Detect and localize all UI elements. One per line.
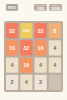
score-value: 2356: [37, 7, 44, 10]
cell-empty: [49, 75, 61, 90]
best-score-box: BEST 16384: [49, 4, 62, 11]
tile-4: 4: [49, 58, 61, 73]
tile-16: 16: [20, 58, 32, 73]
tile-32: 32: [20, 40, 32, 55]
tile-16: 16: [35, 40, 47, 55]
tile-2: 2: [6, 75, 18, 90]
tile-256: 256: [20, 23, 32, 38]
app-background: MENU SCORE 2356 BEST 16384 3225632816321…: [0, 0, 67, 100]
game-screen: MENU SCORE 2356 BEST 16384 3225632816321…: [0, 0, 67, 100]
tile-16: 16: [6, 40, 18, 55]
best-value: 16384: [51, 7, 60, 10]
menu-button[interactable]: MENU: [6, 4, 18, 11]
tile-4: 4: [20, 75, 32, 90]
score-box: SCORE 2356: [34, 4, 47, 11]
tile-4: 4: [6, 58, 18, 73]
board-grid[interactable]: 32256328163216441644242: [4, 21, 63, 92]
menu-button-label: MENU: [8, 6, 17, 9]
tile-4: 4: [49, 40, 61, 55]
tile-32: 32: [6, 23, 18, 38]
tile-4: 4: [35, 58, 47, 73]
tile-2: 2: [35, 75, 47, 90]
tile-8: 8: [49, 23, 61, 38]
tile-32: 32: [35, 23, 47, 38]
